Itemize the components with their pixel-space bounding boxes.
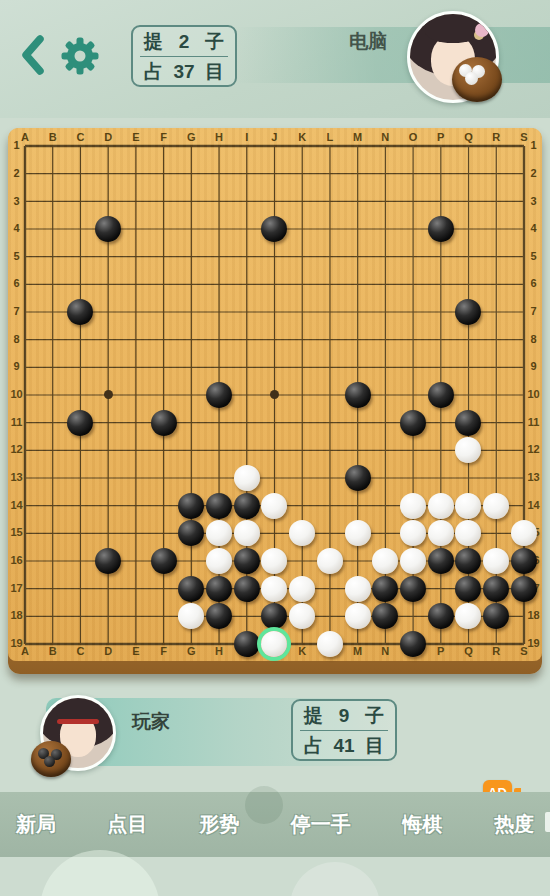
go-board[interactable]: ABCDEFGHIJKLMNOPQRS ABCDEFGHIJKLMNOPQRS … — [8, 128, 542, 661]
stone-white-J19-last-move — [261, 631, 287, 657]
stone-white-O16 — [400, 548, 426, 574]
stone-black-H17 — [206, 576, 232, 602]
player-name: 玩家 — [132, 709, 170, 735]
nav-item-热度[interactable]: 热度 — [494, 811, 534, 838]
gear-icon — [60, 36, 100, 76]
player-captures: 提9子 — [293, 701, 395, 730]
stone-black-M10 — [345, 382, 371, 408]
stone-black-I19 — [234, 631, 260, 657]
stone-white-L16 — [317, 548, 343, 574]
stone-black-G15 — [178, 520, 204, 546]
stone-black-N17 — [372, 576, 398, 602]
nav-item-悔棋[interactable]: 悔棋 — [402, 811, 442, 838]
stone-black-D4 — [95, 216, 121, 242]
score-token: 提 — [304, 703, 323, 729]
nav-item-点目[interactable]: 点目 — [108, 811, 148, 838]
stone-white-P14 — [428, 493, 454, 519]
star-point-J10 — [270, 390, 279, 399]
score-token: 提 — [144, 29, 163, 55]
stone-black-H14 — [206, 493, 232, 519]
nav-item-形势[interactable]: 形势 — [199, 811, 239, 838]
stone-black-H18 — [206, 603, 232, 629]
stone-black-P16 — [428, 548, 454, 574]
stone-black-R18 — [483, 603, 509, 629]
stone-white-Q12 — [455, 437, 481, 463]
stone-white-M18 — [345, 603, 371, 629]
stone-white-I15 — [234, 520, 260, 546]
stone-black-P10 — [428, 382, 454, 408]
stone-white-K17 — [289, 576, 315, 602]
stone-black-M13 — [345, 465, 371, 491]
stone-black-J4 — [261, 216, 287, 242]
stone-white-I13 — [234, 465, 260, 491]
opponent-score-box: 提2子 占37目 — [131, 25, 237, 87]
opponent-name: 电脑 — [349, 29, 387, 55]
score-token: 41 — [333, 735, 354, 757]
stone-white-N16 — [372, 548, 398, 574]
stone-white-O14 — [400, 493, 426, 519]
bottom-nav-bar: 新局点目形势停一手悔棋热度 — [0, 792, 550, 857]
stone-white-K18 — [289, 603, 315, 629]
star-point-D10 — [104, 390, 113, 399]
score-token: 子 — [205, 29, 224, 55]
stone-white-Q14 — [455, 493, 481, 519]
stone-white-S15 — [511, 520, 537, 546]
top-bar: 提2子 占37目 电脑 — [0, 0, 550, 118]
stone-black-I17 — [234, 576, 260, 602]
opponent-captures: 提2子 — [133, 27, 235, 56]
stone-black-G17 — [178, 576, 204, 602]
decor-stone-circle — [290, 862, 380, 896]
stone-black-P4 — [428, 216, 454, 242]
stone-white-K15 — [289, 520, 315, 546]
board-intersections — [11, 132, 538, 657]
score-token: 占 — [304, 733, 323, 759]
stone-black-F11 — [151, 410, 177, 436]
stone-white-J17 — [261, 576, 287, 602]
stone-black-Q17 — [455, 576, 481, 602]
score-token: 目 — [205, 59, 224, 85]
nav-item-cutoff — [545, 812, 550, 832]
player-territory: 占41目 — [293, 731, 395, 760]
avatar-fringe — [425, 21, 480, 43]
stone-black-D16 — [95, 548, 121, 574]
stone-black-C11 — [67, 410, 93, 436]
settings-button[interactable] — [60, 36, 100, 76]
score-token: 9 — [339, 705, 350, 727]
stone-black-Q7 — [455, 299, 481, 325]
stone-black-O17 — [400, 576, 426, 602]
stone-black-H10 — [206, 382, 232, 408]
stone-white-R14 — [483, 493, 509, 519]
stone-white-Q18 — [455, 603, 481, 629]
stone-white-P15 — [428, 520, 454, 546]
stone-black-C7 — [67, 299, 93, 325]
score-token: 目 — [365, 733, 384, 759]
stone-white-L19 — [317, 631, 343, 657]
stone-black-P18 — [428, 603, 454, 629]
nav-item-新局[interactable]: 新局 — [16, 811, 56, 838]
score-token: 占 — [144, 59, 163, 85]
stone-white-O15 — [400, 520, 426, 546]
avatar-headband — [57, 719, 99, 724]
player-score-box: 提9子 占41目 — [291, 699, 397, 761]
stone-black-S17 — [511, 576, 537, 602]
stone-white-J16 — [261, 548, 287, 574]
black-stone-bowl-icon — [31, 741, 71, 777]
stone-black-J18 — [261, 603, 287, 629]
white-stone-bowl-icon — [452, 57, 502, 102]
stone-black-N18 — [372, 603, 398, 629]
stone-white-M17 — [345, 576, 371, 602]
stone-black-G14 — [178, 493, 204, 519]
opponent-band — [235, 27, 550, 83]
stone-black-Q11 — [455, 410, 481, 436]
back-button[interactable] — [16, 34, 50, 76]
stone-black-O19 — [400, 631, 426, 657]
nav-item-停一手[interactable]: 停一手 — [291, 811, 351, 838]
chevron-left-icon — [16, 34, 50, 76]
stone-black-I14 — [234, 493, 260, 519]
stone-black-O11 — [400, 410, 426, 436]
stone-white-H16 — [206, 548, 232, 574]
stone-white-G18 — [178, 603, 204, 629]
stone-white-Q15 — [455, 520, 481, 546]
stone-black-Q16 — [455, 548, 481, 574]
opponent-territory: 占37目 — [133, 57, 235, 86]
stone-black-F16 — [151, 548, 177, 574]
score-token: 子 — [365, 703, 384, 729]
stone-white-M15 — [345, 520, 371, 546]
stone-white-R16 — [483, 548, 509, 574]
stone-white-H15 — [206, 520, 232, 546]
score-token: 2 — [179, 31, 190, 53]
score-token: 37 — [173, 61, 194, 83]
stone-black-I16 — [234, 548, 260, 574]
stone-white-J14 — [261, 493, 287, 519]
app-screen: 提2子 占37目 电脑 ABCDEFGHIJKLMNOPQRS ABCDEFGH… — [0, 0, 550, 896]
stone-black-R17 — [483, 576, 509, 602]
stone-black-S16 — [511, 548, 537, 574]
hair-flower-icon — [475, 23, 489, 37]
